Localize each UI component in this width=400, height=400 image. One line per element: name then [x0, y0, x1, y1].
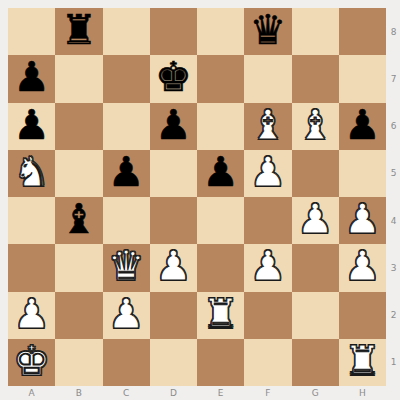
square-h6[interactable]: ♟: [339, 103, 386, 150]
square-f7[interactable]: [244, 55, 291, 102]
rank-label-7: 7: [387, 55, 400, 102]
square-d5[interactable]: [150, 150, 197, 197]
file-label-c: C: [103, 387, 150, 399]
square-e6[interactable]: [197, 103, 244, 150]
black-pawn[interactable]: ♟: [344, 105, 381, 146]
square-e7[interactable]: [197, 55, 244, 102]
square-e5[interactable]: ♟: [197, 150, 244, 197]
square-e3[interactable]: [197, 244, 244, 291]
square-d7[interactable]: ♚: [150, 55, 197, 102]
square-c1[interactable]: [103, 339, 150, 386]
square-h3[interactable]: ♟: [339, 244, 386, 291]
rank-label-1: 1: [387, 339, 400, 386]
rank-label-5: 5: [387, 150, 400, 197]
square-a1[interactable]: ♚: [8, 339, 55, 386]
square-d1[interactable]: [150, 339, 197, 386]
white-pawn[interactable]: ♟: [344, 199, 381, 240]
square-e2[interactable]: ♜: [197, 292, 244, 339]
square-d4[interactable]: [150, 197, 197, 244]
white-queen[interactable]: ♛: [108, 246, 145, 287]
square-c7[interactable]: [103, 55, 150, 102]
square-d3[interactable]: ♟: [150, 244, 197, 291]
square-g4[interactable]: ♟: [292, 197, 339, 244]
square-c4[interactable]: [103, 197, 150, 244]
square-a8[interactable]: [8, 8, 55, 55]
black-rook[interactable]: ♜: [60, 10, 97, 51]
square-b5[interactable]: [55, 150, 102, 197]
black-bishop[interactable]: ♝: [60, 199, 97, 240]
square-c6[interactable]: [103, 103, 150, 150]
square-e1[interactable]: [197, 339, 244, 386]
chess-board: ♜♛♟♚♟♟♝♝♟♞♟♟♟♝♟♟♛♟♟♟♟♟♜♚♜: [8, 8, 386, 386]
square-f8[interactable]: ♛: [244, 8, 291, 55]
white-pawn[interactable]: ♟: [344, 246, 381, 287]
white-bishop[interactable]: ♝: [297, 105, 334, 146]
square-h2[interactable]: [339, 292, 386, 339]
rank-label-4: 4: [387, 197, 400, 244]
file-labels: ABCDEFGH: [8, 387, 386, 399]
white-pawn[interactable]: ♟: [249, 246, 286, 287]
white-bishop[interactable]: ♝: [249, 105, 286, 146]
square-h1[interactable]: ♜: [339, 339, 386, 386]
file-label-f: F: [244, 387, 291, 399]
square-a3[interactable]: [8, 244, 55, 291]
square-a7[interactable]: ♟: [8, 55, 55, 102]
black-pawn[interactable]: ♟: [108, 152, 145, 193]
square-d6[interactable]: ♟: [150, 103, 197, 150]
black-pawn[interactable]: ♟: [202, 152, 239, 193]
square-b7[interactable]: [55, 55, 102, 102]
square-a6[interactable]: ♟: [8, 103, 55, 150]
square-b8[interactable]: ♜: [55, 8, 102, 55]
rank-label-6: 6: [387, 103, 400, 150]
square-h7[interactable]: [339, 55, 386, 102]
square-g7[interactable]: [292, 55, 339, 102]
black-pawn[interactable]: ♟: [13, 105, 50, 146]
square-h4[interactable]: ♟: [339, 197, 386, 244]
square-g6[interactable]: ♝: [292, 103, 339, 150]
square-g8[interactable]: [292, 8, 339, 55]
rank-label-2: 2: [387, 292, 400, 339]
square-b1[interactable]: [55, 339, 102, 386]
file-label-g: G: [292, 387, 339, 399]
square-f1[interactable]: [244, 339, 291, 386]
square-g2[interactable]: [292, 292, 339, 339]
square-g3[interactable]: [292, 244, 339, 291]
white-pawn[interactable]: ♟: [297, 199, 334, 240]
rank-labels: 87654321: [387, 8, 400, 386]
square-b2[interactable]: [55, 292, 102, 339]
square-c8[interactable]: [103, 8, 150, 55]
file-label-e: E: [197, 387, 244, 399]
square-b4[interactable]: ♝: [55, 197, 102, 244]
black-pawn[interactable]: ♟: [155, 105, 192, 146]
square-h8[interactable]: [339, 8, 386, 55]
square-c3[interactable]: ♛: [103, 244, 150, 291]
square-g1[interactable]: [292, 339, 339, 386]
square-a2[interactable]: ♟: [8, 292, 55, 339]
rank-label-8: 8: [387, 8, 400, 55]
square-e8[interactable]: [197, 8, 244, 55]
white-knight[interactable]: ♞: [13, 152, 50, 193]
file-label-h: H: [339, 387, 386, 399]
white-rook[interactable]: ♜: [202, 294, 239, 335]
square-c2[interactable]: ♟: [103, 292, 150, 339]
square-b3[interactable]: [55, 244, 102, 291]
file-label-b: B: [55, 387, 102, 399]
chess-app: ♜♛♟♚♟♟♝♝♟♞♟♟♟♝♟♟♛♟♟♟♟♟♜♚♜ ABCDEFGH 87654…: [0, 0, 400, 400]
square-f6[interactable]: ♝: [244, 103, 291, 150]
black-pawn[interactable]: ♟: [13, 57, 50, 98]
white-pawn[interactable]: ♟: [249, 152, 286, 193]
square-f2[interactable]: [244, 292, 291, 339]
square-f4[interactable]: [244, 197, 291, 244]
black-king[interactable]: ♚: [155, 57, 192, 98]
square-g5[interactable]: [292, 150, 339, 197]
square-a4[interactable]: [8, 197, 55, 244]
white-king[interactable]: ♚: [13, 341, 50, 382]
white-rook[interactable]: ♜: [344, 341, 381, 382]
square-h5[interactable]: [339, 150, 386, 197]
square-c5[interactable]: ♟: [103, 150, 150, 197]
square-b6[interactable]: [55, 103, 102, 150]
rank-label-3: 3: [387, 244, 400, 291]
white-pawn[interactable]: ♟: [108, 294, 145, 335]
white-pawn[interactable]: ♟: [13, 294, 50, 335]
square-d2[interactable]: [150, 292, 197, 339]
square-f5[interactable]: ♟: [244, 150, 291, 197]
square-a5[interactable]: ♞: [8, 150, 55, 197]
file-label-d: D: [150, 387, 197, 399]
square-d8[interactable]: [150, 8, 197, 55]
white-pawn[interactable]: ♟: [155, 246, 192, 287]
square-e4[interactable]: [197, 197, 244, 244]
square-f3[interactable]: ♟: [244, 244, 291, 291]
black-queen[interactable]: ♛: [249, 10, 286, 51]
file-label-a: A: [8, 387, 55, 399]
